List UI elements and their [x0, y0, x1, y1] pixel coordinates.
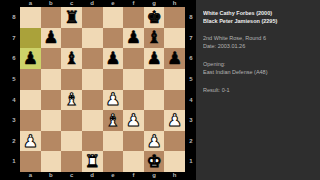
square-e5[interactable]: [103, 69, 124, 90]
square-d7[interactable]: [82, 28, 103, 49]
square-a7[interactable]: [20, 28, 41, 49]
file-label-a-bottom: a: [20, 172, 41, 179]
black-pawn-a6[interactable]: ♟: [20, 48, 41, 69]
square-f6[interactable]: [123, 48, 144, 69]
square-a2[interactable]: ♟: [20, 131, 41, 152]
square-d5[interactable]: [82, 69, 103, 90]
square-b4[interactable]: [41, 90, 62, 111]
square-b3[interactable]: [41, 110, 62, 131]
square-h6[interactable]: ♟: [164, 48, 185, 69]
black-pawn-e6[interactable]: ♟: [103, 48, 124, 69]
file-label-d-top: d: [82, 0, 103, 7]
square-b7[interactable]: ♟: [41, 28, 62, 49]
square-c1[interactable]: [61, 151, 82, 172]
black-pawn-f7[interactable]: ♟: [123, 28, 144, 49]
square-f7[interactable]: ♟: [123, 28, 144, 49]
file-label-b-bottom: b: [41, 172, 62, 179]
file-label-h-top: h: [164, 0, 185, 7]
square-c8[interactable]: ♜: [61, 7, 82, 28]
square-f3[interactable]: ♟: [123, 110, 144, 131]
date-line: Date: 2003.01.26: [203, 42, 320, 50]
white-pawn-f3[interactable]: ♟: [123, 110, 144, 131]
black-pawn-g6[interactable]: ♟: [144, 48, 165, 69]
square-b8[interactable]: [41, 7, 62, 28]
square-e3[interactable]: ♝: [103, 110, 124, 131]
square-c5[interactable]: [61, 69, 82, 90]
square-g5[interactable]: [144, 69, 165, 90]
square-g1[interactable]: ♚: [144, 151, 165, 172]
white-pawn-e4[interactable]: ♟: [103, 90, 124, 111]
opening-label: Opening:: [203, 60, 320, 68]
square-h5[interactable]: [164, 69, 185, 90]
square-h4[interactable]: [164, 90, 185, 111]
rank-label-1-left: 1: [9, 151, 19, 172]
file-label-h-bottom: h: [164, 172, 185, 179]
square-b1[interactable]: [41, 151, 62, 172]
rank-label-5-left: 5: [9, 69, 19, 90]
square-h2[interactable]: [164, 131, 185, 152]
file-label-a-top: a: [20, 0, 41, 7]
chess-app: abcdefgh abcdefgh 87654321 87654321 ♜♚♟♟…: [0, 0, 320, 180]
black-pawn-h6[interactable]: ♟: [164, 48, 185, 69]
file-label-g-top: g: [144, 0, 165, 7]
rank-label-2-right: 2: [186, 131, 196, 152]
square-e2[interactable]: [103, 131, 124, 152]
square-g2[interactable]: ♟: [144, 131, 165, 152]
square-f1[interactable]: [123, 151, 144, 172]
file-label-g-bottom: g: [144, 172, 165, 179]
square-f2[interactable]: [123, 131, 144, 152]
square-a4[interactable]: [20, 90, 41, 111]
result-line: Result: 0-1: [203, 86, 320, 94]
square-a8[interactable]: [20, 7, 41, 28]
white-rook-d1[interactable]: ♜: [82, 151, 103, 172]
file-label-e-top: e: [103, 0, 124, 7]
rank-label-4-right: 4: [186, 90, 196, 111]
rank-label-3-left: 3: [9, 110, 19, 131]
white-pawn-a2[interactable]: ♟: [20, 131, 41, 152]
black-player-line: Black Peter Jamieson (2295): [203, 17, 320, 25]
file-label-f-top: f: [123, 0, 144, 7]
square-f4[interactable]: [123, 90, 144, 111]
white-player-line: White Cathy Forbes (2000): [203, 9, 320, 17]
black-king-g8[interactable]: ♚: [144, 7, 165, 28]
file-label-e-bottom: e: [103, 172, 124, 179]
chess-board[interactable]: ♜♚♟♟♝♟♝♟♟♟♝♟♝♟♟♟♟♜♚: [20, 7, 185, 172]
square-h7[interactable]: [164, 28, 185, 49]
file-label-c-top: c: [61, 0, 82, 7]
square-d6[interactable]: [82, 48, 103, 69]
square-f8[interactable]: [123, 7, 144, 28]
square-a1[interactable]: [20, 151, 41, 172]
black-bishop-g7[interactable]: ♝: [144, 28, 165, 49]
rank-label-7-right: 7: [186, 28, 196, 49]
square-e4[interactable]: ♟: [103, 90, 124, 111]
square-c4[interactable]: ♝: [61, 90, 82, 111]
rank-label-1-right: 1: [186, 151, 196, 172]
file-label-d-bottom: d: [82, 172, 103, 179]
square-g6[interactable]: ♟: [144, 48, 165, 69]
square-h3[interactable]: ♟: [164, 110, 185, 131]
file-label-f-bottom: f: [123, 172, 144, 179]
square-d1[interactable]: ♜: [82, 151, 103, 172]
rank-label-8-left: 8: [9, 7, 19, 28]
square-a5[interactable]: [20, 69, 41, 90]
square-d8[interactable]: [82, 7, 103, 28]
square-b5[interactable]: [41, 69, 62, 90]
white-king-g1[interactable]: ♚: [144, 151, 165, 172]
event-line: 2nd White Rose, Round 6: [203, 34, 320, 42]
square-d2[interactable]: [82, 131, 103, 152]
rank-label-4-left: 4: [9, 90, 19, 111]
square-a3[interactable]: [20, 110, 41, 131]
file-label-b-top: b: [41, 0, 62, 7]
opening-name: East Indian Defense (A48): [203, 68, 320, 76]
rank-label-6-left: 6: [9, 48, 19, 69]
white-bishop-c4[interactable]: ♝: [61, 90, 82, 111]
square-e1[interactable]: [103, 151, 124, 172]
black-bishop-c6[interactable]: ♝: [61, 48, 82, 69]
square-e7[interactable]: [103, 28, 124, 49]
rank-label-2-left: 2: [9, 131, 19, 152]
square-g3[interactable]: [144, 110, 165, 131]
square-c6[interactable]: ♝: [61, 48, 82, 69]
game-info-panel: White Cathy Forbes (2000) Black Peter Ja…: [196, 0, 320, 180]
white-bishop-e3[interactable]: ♝: [103, 110, 124, 131]
square-c7[interactable]: [61, 28, 82, 49]
black-rook-c8[interactable]: ♜: [61, 7, 82, 28]
square-h1[interactable]: [164, 151, 185, 172]
square-g8[interactable]: ♚: [144, 7, 165, 28]
square-h8[interactable]: [164, 7, 185, 28]
square-e6[interactable]: ♟: [103, 48, 124, 69]
rank-label-6-right: 6: [186, 48, 196, 69]
white-pawn-h3[interactable]: ♟: [164, 110, 185, 131]
square-b2[interactable]: [41, 131, 62, 152]
black-pawn-b7[interactable]: ♟: [41, 28, 62, 49]
square-e8[interactable]: [103, 7, 124, 28]
white-pawn-g2[interactable]: ♟: [144, 131, 165, 152]
square-d4[interactable]: [82, 90, 103, 111]
square-f5[interactable]: [123, 69, 144, 90]
square-d3[interactable]: [82, 110, 103, 131]
file-label-c-bottom: c: [61, 172, 82, 179]
rank-label-3-right: 3: [186, 110, 196, 131]
square-a6[interactable]: ♟: [20, 48, 41, 69]
rank-label-5-right: 5: [186, 69, 196, 90]
square-b6[interactable]: [41, 48, 62, 69]
rank-label-7-left: 7: [9, 28, 19, 49]
square-c2[interactable]: [61, 131, 82, 152]
square-g4[interactable]: [144, 90, 165, 111]
rank-label-8-right: 8: [186, 7, 196, 28]
square-g7[interactable]: ♝: [144, 28, 165, 49]
square-c3[interactable]: [61, 110, 82, 131]
